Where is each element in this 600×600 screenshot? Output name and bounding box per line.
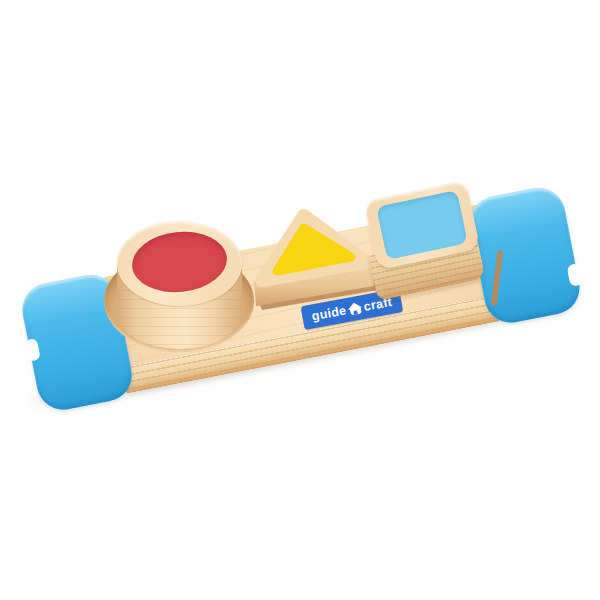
handle-right-notch <box>566 263 583 287</box>
circle-block-top <box>117 221 242 306</box>
blue-square-face <box>376 190 467 260</box>
red-circle-face <box>129 227 230 297</box>
handle-left-notch <box>24 338 41 362</box>
product-photo-scene: guide craft <box>0 0 600 600</box>
square-block[interactable] <box>366 180 506 302</box>
